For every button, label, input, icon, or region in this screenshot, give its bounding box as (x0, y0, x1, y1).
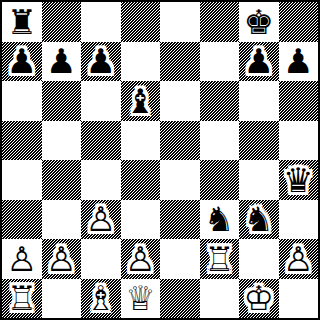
square-a6[interactable] (2, 81, 42, 121)
square-b6[interactable] (42, 81, 82, 121)
white-rook-icon: ♖ (204, 242, 234, 276)
black-pawn-icon: ♟ (244, 44, 274, 78)
square-c6[interactable] (81, 81, 121, 121)
square-c4[interactable] (81, 160, 121, 200)
square-g6[interactable] (239, 81, 279, 121)
square-b8[interactable] (42, 2, 82, 42)
square-f1[interactable] (200, 279, 240, 319)
square-f6[interactable] (200, 81, 240, 121)
white-bishop: ♝♗ (81, 279, 121, 319)
square-e5[interactable] (160, 121, 200, 161)
black-knight: ♞♞ (239, 200, 279, 240)
black-pawn-icon: ♟ (86, 44, 116, 78)
square-h8[interactable] (279, 2, 319, 42)
square-b5[interactable] (42, 121, 82, 161)
black-bishop: ♝♝ (121, 81, 161, 121)
white-rook: ♜♖ (2, 279, 42, 319)
white-pawn-icon: ♙ (46, 242, 76, 276)
white-pawn-icon: ♙ (86, 202, 116, 236)
square-c7[interactable]: ♟♟ (81, 42, 121, 82)
square-e8[interactable] (160, 2, 200, 42)
square-g3[interactable]: ♞♞ (239, 200, 279, 240)
square-d5[interactable] (121, 121, 161, 161)
white-bishop-icon: ♗ (86, 281, 116, 315)
white-pawn: ♟♙ (279, 239, 319, 279)
square-f4[interactable] (200, 160, 240, 200)
black-rook: ♜♜ (2, 2, 42, 42)
square-f3[interactable]: ♞♞ (200, 200, 240, 240)
square-a5[interactable] (2, 121, 42, 161)
black-pawn: ♟♟ (42, 42, 82, 82)
square-d1[interactable]: ♛♕ (121, 279, 161, 319)
white-pawn: ♟♙ (81, 200, 121, 240)
square-a4[interactable] (2, 160, 42, 200)
square-c8[interactable] (81, 2, 121, 42)
square-g4[interactable] (239, 160, 279, 200)
square-e2[interactable] (160, 239, 200, 279)
white-pawn: ♟♙ (2, 239, 42, 279)
square-a8[interactable]: ♜♜ (2, 2, 42, 42)
black-pawn: ♟♟ (2, 42, 42, 82)
square-a2[interactable]: ♟♙ (2, 239, 42, 279)
square-c2[interactable] (81, 239, 121, 279)
square-f2[interactable]: ♜♖ (200, 239, 240, 279)
black-queen: ♛♛ (279, 160, 319, 200)
square-c5[interactable] (81, 121, 121, 161)
square-h7[interactable]: ♟♟ (279, 42, 319, 82)
square-d3[interactable] (121, 200, 161, 240)
black-knight-icon: ♞ (244, 202, 274, 236)
black-pawn: ♟♟ (279, 42, 319, 82)
square-e1[interactable] (160, 279, 200, 319)
square-h6[interactable] (279, 81, 319, 121)
black-knight-icon: ♞ (204, 202, 234, 236)
square-b1[interactable] (42, 279, 82, 319)
square-c3[interactable]: ♟♙ (81, 200, 121, 240)
white-queen: ♛♕ (121, 279, 161, 319)
white-rook-icon: ♖ (7, 281, 37, 315)
square-e7[interactable] (160, 42, 200, 82)
square-g1[interactable]: ♚♔ (239, 279, 279, 319)
square-h1[interactable] (279, 279, 319, 319)
black-pawn-icon: ♟ (7, 44, 37, 78)
square-d8[interactable] (121, 2, 161, 42)
square-g7[interactable]: ♟♟ (239, 42, 279, 82)
square-d4[interactable] (121, 160, 161, 200)
square-f5[interactable] (200, 121, 240, 161)
black-bishop-icon: ♝ (125, 84, 155, 118)
square-b7[interactable]: ♟♟ (42, 42, 82, 82)
square-h2[interactable]: ♟♙ (279, 239, 319, 279)
square-b4[interactable] (42, 160, 82, 200)
square-c1[interactable]: ♝♗ (81, 279, 121, 319)
square-a7[interactable]: ♟♟ (2, 42, 42, 82)
white-pawn: ♟♙ (121, 239, 161, 279)
black-knight: ♞♞ (200, 200, 240, 240)
black-king: ♚♚ (239, 2, 279, 42)
white-pawn-icon: ♙ (7, 242, 37, 276)
square-h5[interactable] (279, 121, 319, 161)
square-f7[interactable] (200, 42, 240, 82)
square-h3[interactable] (279, 200, 319, 240)
chess-board: ♜♜♚♚♟♟♟♟♟♟♟♟♟♟♝♝♛♛♟♙♞♞♞♞♟♙♟♙♟♙♜♖♟♙♜♖♝♗♛♕… (0, 0, 320, 320)
white-pawn-icon: ♙ (125, 242, 155, 276)
black-pawn: ♟♟ (81, 42, 121, 82)
square-b2[interactable]: ♟♙ (42, 239, 82, 279)
square-d7[interactable] (121, 42, 161, 82)
square-a3[interactable] (2, 200, 42, 240)
white-king-icon: ♔ (244, 281, 274, 315)
square-g8[interactable]: ♚♚ (239, 2, 279, 42)
white-rook: ♜♖ (200, 239, 240, 279)
square-d6[interactable]: ♝♝ (121, 81, 161, 121)
square-f8[interactable] (200, 2, 240, 42)
square-g2[interactable] (239, 239, 279, 279)
square-g5[interactable] (239, 121, 279, 161)
square-a1[interactable]: ♜♖ (2, 279, 42, 319)
black-king-icon: ♚ (244, 5, 274, 39)
square-e6[interactable] (160, 81, 200, 121)
white-pawn-icon: ♙ (283, 242, 313, 276)
square-h4[interactable]: ♛♛ (279, 160, 319, 200)
black-pawn-icon: ♟ (46, 44, 76, 78)
square-e3[interactable] (160, 200, 200, 240)
white-pawn: ♟♙ (42, 239, 82, 279)
white-king: ♚♔ (239, 279, 279, 319)
square-b3[interactable] (42, 200, 82, 240)
square-e4[interactable] (160, 160, 200, 200)
square-d2[interactable]: ♟♙ (121, 239, 161, 279)
black-pawn-icon: ♟ (283, 44, 313, 78)
white-queen-icon: ♕ (125, 281, 155, 315)
black-rook-icon: ♜ (7, 5, 37, 39)
black-pawn: ♟♟ (239, 42, 279, 82)
black-queen-icon: ♛ (283, 163, 313, 197)
